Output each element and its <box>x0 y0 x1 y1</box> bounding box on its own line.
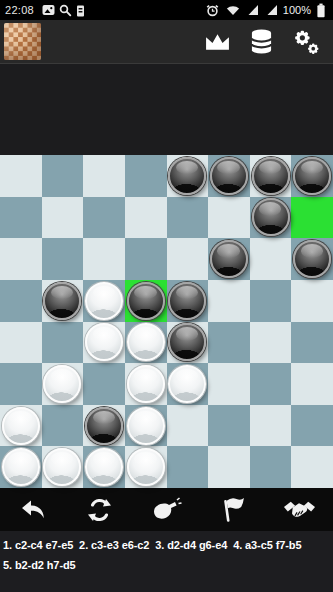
square-f3[interactable] <box>208 363 250 405</box>
square-a1[interactable] <box>0 446 42 488</box>
move-black: f7-b5 <box>276 539 302 551</box>
white-piece[interactable] <box>2 448 40 486</box>
square-h8[interactable] <box>291 155 333 197</box>
square-h6[interactable] <box>291 238 333 280</box>
white-piece[interactable] <box>127 323 165 361</box>
square-d2[interactable] <box>125 405 167 447</box>
square-g6[interactable] <box>250 238 292 280</box>
signal-bars-icon <box>247 4 259 16</box>
square-g8[interactable] <box>250 155 292 197</box>
square-c4[interactable] <box>83 322 125 364</box>
move-black: e7-e5 <box>46 539 74 551</box>
resign-flag-icon[interactable] <box>200 488 267 531</box>
white-piece[interactable] <box>85 282 123 320</box>
square-e7[interactable] <box>167 197 209 239</box>
square-c3[interactable] <box>83 363 125 405</box>
square-f4[interactable] <box>208 322 250 364</box>
black-piece[interactable] <box>127 282 165 320</box>
white-piece[interactable] <box>85 448 123 486</box>
move-white: 3. d2-d4 <box>155 539 196 551</box>
square-a4[interactable] <box>0 322 42 364</box>
square-e4[interactable] <box>167 322 209 364</box>
settings-gears-icon[interactable] <box>292 28 321 56</box>
white-piece[interactable] <box>43 365 81 403</box>
square-c2[interactable] <box>83 405 125 447</box>
square-d4[interactable] <box>125 322 167 364</box>
battery-percent-text: 100% <box>283 4 311 16</box>
checkers-board-app-icon <box>4 23 41 60</box>
battery-icon <box>316 3 326 18</box>
move-white: 1. c2-c4 <box>3 539 43 551</box>
black-piece[interactable] <box>168 157 206 195</box>
move-black: h7-d5 <box>47 559 76 571</box>
app-screen: 22:08 100% <box>0 0 333 592</box>
battery-stats-icon <box>76 4 85 17</box>
square-f1[interactable] <box>208 446 250 488</box>
square-c8[interactable] <box>83 155 125 197</box>
square-a5[interactable] <box>0 280 42 322</box>
square-d7[interactable] <box>125 197 167 239</box>
hint-hand-icon[interactable] <box>133 488 200 531</box>
square-h4[interactable] <box>291 322 333 364</box>
square-d5[interactable] <box>125 280 167 322</box>
move-list: 1. c2-c4 e7-e5 2. c3-e3 e6-c2 3. d2-d4 g… <box>0 531 333 592</box>
square-f7[interactable] <box>208 197 250 239</box>
black-piece[interactable] <box>210 157 248 195</box>
search-icon <box>59 4 72 17</box>
crown-icon[interactable] <box>204 31 231 52</box>
screenshot-image-icon <box>42 4 55 16</box>
square-g2[interactable] <box>250 405 292 447</box>
square-a8[interactable] <box>0 155 42 197</box>
square-b6[interactable] <box>42 238 84 280</box>
move-white: 4. a3-c5 <box>233 539 273 551</box>
square-e6[interactable] <box>167 238 209 280</box>
square-c1[interactable] <box>83 446 125 488</box>
black-piece[interactable] <box>252 198 290 236</box>
move-black: e6-c2 <box>122 539 150 551</box>
app-toolbar <box>0 20 333 64</box>
draw-handshake-icon[interactable] <box>266 488 333 531</box>
black-piece[interactable] <box>293 157 331 195</box>
square-a7[interactable] <box>0 197 42 239</box>
square-g7[interactable] <box>250 197 292 239</box>
square-b3[interactable] <box>42 363 84 405</box>
square-b1[interactable] <box>42 446 84 488</box>
square-d6[interactable] <box>125 238 167 280</box>
square-c7[interactable] <box>83 197 125 239</box>
wifi-icon <box>226 4 240 16</box>
white-piece[interactable] <box>127 407 165 445</box>
black-piece[interactable] <box>168 323 206 361</box>
move-white: 2. c3-e3 <box>79 539 119 551</box>
square-h5[interactable] <box>291 280 333 322</box>
square-a6[interactable] <box>0 238 42 280</box>
square-g5[interactable] <box>250 280 292 322</box>
square-h3[interactable] <box>291 363 333 405</box>
square-h2[interactable] <box>291 405 333 447</box>
square-f8[interactable] <box>208 155 250 197</box>
square-b2[interactable] <box>42 405 84 447</box>
black-piece[interactable] <box>293 240 331 278</box>
square-f5[interactable] <box>208 280 250 322</box>
white-piece[interactable] <box>168 365 206 403</box>
square-e1[interactable] <box>167 446 209 488</box>
square-b5[interactable] <box>42 280 84 322</box>
square-d8[interactable] <box>125 155 167 197</box>
black-piece[interactable] <box>43 282 81 320</box>
board-background <box>0 64 333 155</box>
alarm-icon <box>206 4 219 17</box>
white-piece[interactable] <box>43 448 81 486</box>
black-piece[interactable] <box>210 240 248 278</box>
move-white: 5. b2-d2 <box>3 559 44 571</box>
square-e5[interactable] <box>167 280 209 322</box>
square-b8[interactable] <box>42 155 84 197</box>
black-piece[interactable] <box>85 407 123 445</box>
square-h7[interactable] <box>291 197 333 239</box>
database-icon[interactable] <box>250 27 273 56</box>
swap-replay-icon[interactable] <box>67 488 134 531</box>
square-a2[interactable] <box>0 405 42 447</box>
game-board[interactable] <box>0 155 333 488</box>
white-piece[interactable] <box>2 407 40 445</box>
clock-text: 22:08 <box>5 4 34 16</box>
white-piece[interactable] <box>85 323 123 361</box>
square-g4[interactable] <box>250 322 292 364</box>
square-c6[interactable] <box>83 238 125 280</box>
square-e8[interactable] <box>167 155 209 197</box>
square-d3[interactable] <box>125 363 167 405</box>
status-bar: 22:08 100% <box>0 0 333 20</box>
black-piece[interactable] <box>168 282 206 320</box>
signal-bars-icon <box>266 4 278 16</box>
square-c5[interactable] <box>83 280 125 322</box>
square-e3[interactable] <box>167 363 209 405</box>
black-piece[interactable] <box>252 157 290 195</box>
game-controls-toolbar <box>0 488 333 531</box>
undo-icon[interactable] <box>0 488 67 531</box>
square-g3[interactable] <box>250 363 292 405</box>
square-f6[interactable] <box>208 238 250 280</box>
square-a3[interactable] <box>0 363 42 405</box>
square-f2[interactable] <box>208 405 250 447</box>
white-piece[interactable] <box>127 448 165 486</box>
square-h1[interactable] <box>291 446 333 488</box>
square-b4[interactable] <box>42 322 84 364</box>
square-d1[interactable] <box>125 446 167 488</box>
square-b7[interactable] <box>42 197 84 239</box>
square-e2[interactable] <box>167 405 209 447</box>
status-right-cluster: 100% <box>204 3 328 18</box>
square-g1[interactable] <box>250 446 292 488</box>
move-black: g6-e4 <box>199 539 227 551</box>
white-piece[interactable] <box>127 365 165 403</box>
